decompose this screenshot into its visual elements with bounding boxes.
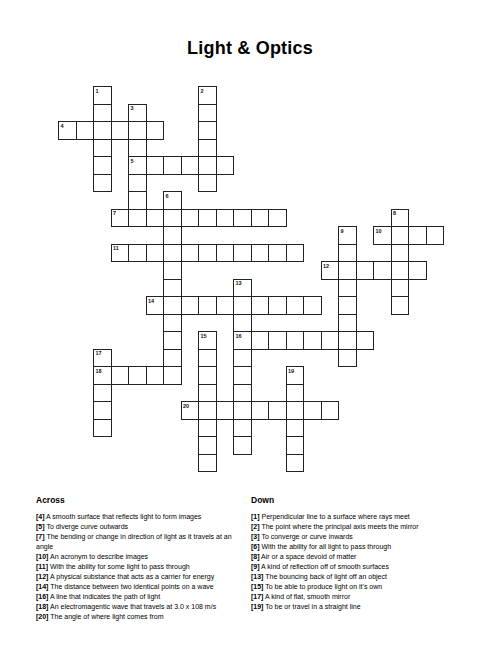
grid-cell-r12c14[interactable] — [303, 296, 322, 315]
grid-cell-r6c4[interactable] — [128, 191, 147, 210]
grid-cell-r3c2[interactable] — [93, 139, 112, 158]
grid-cell-r9c9[interactable] — [216, 244, 235, 263]
grid-cell-r16c13[interactable]: 19 — [286, 366, 305, 385]
grid-cell-r12c6[interactable] — [163, 296, 182, 315]
clue-down-17-number: [17] — [251, 593, 263, 600]
clue-number-17: 17 — [96, 350, 102, 356]
grid-cell-r21c13[interactable] — [286, 454, 305, 473]
clue-down-17: [17] A kind of flat, smooth mirror — [251, 592, 483, 602]
clue-number-9: 9 — [341, 228, 344, 234]
grid-cell-r11c6[interactable] — [163, 279, 182, 298]
grid-cell-r14c13[interactable] — [286, 331, 305, 350]
grid-cell-r6c6[interactable]: 6 — [163, 191, 182, 210]
clue-down-1-number: [1] — [251, 513, 260, 520]
clue-down-8-number: [8] — [251, 553, 260, 560]
down-header: Down — [251, 496, 483, 505]
grid-cell-r16c5[interactable] — [146, 366, 165, 385]
grid-cell-r18c14[interactable] — [303, 401, 322, 420]
clue-across-18-number: [18] — [36, 603, 48, 610]
grid-cell-r9c8[interactable] — [198, 244, 217, 263]
grid-cell-r1c8[interactable] — [198, 104, 217, 123]
clue-down-6-number: [6] — [251, 543, 260, 550]
grid-cell-r3c4[interactable] — [128, 139, 147, 158]
grid-cell-r1c4[interactable]: 3 — [128, 104, 147, 123]
grid-cell-r2c8[interactable] — [198, 121, 217, 140]
clue-number-11: 11 — [113, 245, 119, 251]
grid-cell-r9c5[interactable] — [146, 244, 165, 263]
grid-cell-r4c7[interactable] — [181, 156, 200, 175]
clue-across-7-text: The bending or change in direction of li… — [36, 533, 232, 550]
clue-across-18: [18] An electromagentic wave that travel… — [36, 602, 250, 612]
grid-cell-r10c20[interactable] — [408, 261, 427, 280]
clue-number-18: 18 — [96, 368, 102, 374]
clue-number-13: 13 — [236, 280, 242, 286]
clue-across-14-text: The distance between two identical point… — [48, 583, 213, 590]
clue-across-14-number: [14] — [36, 583, 48, 590]
clue-down-8-text: Air or a space devoid of matter — [260, 553, 357, 560]
clue-across-10-number: [10] — [36, 553, 48, 560]
grid-cell-r5c2[interactable] — [93, 174, 112, 193]
clue-across-4-text: A smooth surface that reflects light to … — [45, 513, 202, 520]
clue-down-6-text: With the ability for all light to pass t… — [260, 543, 392, 550]
grid-cell-r9c11[interactable] — [251, 244, 270, 263]
grid-cell-r18c7[interactable]: 20 — [181, 401, 200, 420]
grid-cell-r14c6[interactable] — [163, 331, 182, 350]
grid-cell-r7c11[interactable] — [251, 209, 270, 228]
puzzle-title: Light & Optics — [0, 38, 500, 59]
grid-cell-r13c10[interactable] — [233, 314, 252, 333]
grid-cell-r7c4[interactable] — [128, 209, 147, 228]
grid-cell-r9c4[interactable] — [128, 244, 147, 263]
grid-cell-r15c6[interactable] — [163, 349, 182, 368]
grid-cell-r12c5[interactable]: 14 — [146, 296, 165, 315]
grid-cell-r12c10[interactable] — [233, 296, 252, 315]
grid-cell-r7c12[interactable] — [268, 209, 287, 228]
clue-number-12: 12 — [323, 263, 329, 269]
grid-cell-r3c8[interactable] — [198, 139, 217, 158]
grid-cell-r7c8[interactable] — [198, 209, 217, 228]
down-clues-list: [1] Perpendicular line to a surface wher… — [251, 512, 483, 612]
grid-cell-r5c4[interactable] — [128, 174, 147, 193]
grid-cell-r4c2[interactable] — [93, 156, 112, 175]
grid-cell-r9c12[interactable] — [268, 244, 287, 263]
grid-cell-r19c13[interactable] — [286, 419, 305, 438]
grid-cell-r12c13[interactable] — [286, 296, 305, 315]
grid-cell-r18c13[interactable] — [286, 401, 305, 420]
clue-number-10: 10 — [376, 228, 382, 234]
grid-cell-r15c2[interactable]: 17 — [93, 349, 112, 368]
grid-cell-r17c8[interactable] — [198, 384, 217, 403]
grid-cell-r17c13[interactable] — [286, 384, 305, 403]
grid-cell-r12c8[interactable] — [198, 296, 217, 315]
clue-down-8: [8] Air or a space devoid of matter — [251, 552, 483, 562]
clue-number-1: 1 — [96, 88, 99, 94]
grid-cell-r9c6[interactable] — [163, 244, 182, 263]
grid-cell-r9c16[interactable] — [338, 244, 357, 263]
clue-across-5-number: [5] — [36, 523, 45, 530]
grid-cell-r4c8[interactable] — [198, 156, 217, 175]
grid-cell-r10c19[interactable] — [391, 261, 410, 280]
clue-across-11: [11] With the ability for some light to … — [36, 562, 250, 572]
grid-cell-r9c7[interactable] — [181, 244, 200, 263]
grid-cell-r18c15[interactable] — [321, 401, 340, 420]
clue-down-6: [6] With the ability for all light to pa… — [251, 542, 483, 552]
clue-across-5: [5] To diverge curve outwards — [36, 522, 250, 532]
across-header: Across — [36, 496, 250, 505]
grid-cell-r9c10[interactable] — [233, 244, 252, 263]
clue-down-3-text: To converge or curve inwards — [260, 533, 353, 540]
grid-cell-r18c2[interactable] — [93, 401, 112, 420]
clue-across-20-number: [20] — [36, 613, 48, 620]
clue-across-14: [14] The distance between two identical … — [36, 582, 250, 592]
grid-cell-r11c16[interactable] — [338, 279, 357, 298]
clue-across-7-number: [7] — [36, 533, 45, 540]
grid-cell-r18c9[interactable] — [216, 401, 235, 420]
grid-cell-r2c3[interactable] — [111, 121, 130, 140]
grid-cell-r10c16[interactable] — [338, 261, 357, 280]
grid-cell-r10c6[interactable] — [163, 261, 182, 280]
grid-cell-r12c19[interactable] — [391, 296, 410, 315]
grid-cell-r7c7[interactable] — [181, 209, 200, 228]
clue-across-11-number: [11] — [36, 563, 48, 570]
grid-cell-r11c19[interactable] — [391, 279, 410, 298]
clue-across-18-text: An electromagentic wave that travels at … — [48, 603, 216, 610]
grid-cell-r9c13[interactable] — [286, 244, 305, 263]
grid-cell-r20c8[interactable] — [198, 436, 217, 455]
clue-number-2: 2 — [201, 88, 204, 94]
grid-cell-r16c4[interactable] — [128, 366, 147, 385]
clue-down-2-number: [2] — [251, 523, 260, 530]
clue-down-2: [2] The point where the principal axis m… — [251, 522, 483, 532]
grid-cell-r15c16[interactable] — [338, 349, 357, 368]
grid-cell-r12c9[interactable] — [216, 296, 235, 315]
grid-cell-r14c16[interactable] — [338, 331, 357, 350]
grid-cell-r12c16[interactable] — [338, 296, 357, 315]
grid-cell-r5c8[interactable] — [198, 174, 217, 193]
clue-across-20-text: The angle of where light comes from — [48, 613, 163, 620]
grid-cell-r7c6[interactable] — [163, 209, 182, 228]
clue-down-13: [13] The bouncing back of light off an o… — [251, 572, 483, 582]
grid-cell-r13c16[interactable] — [338, 314, 357, 333]
grid-cell-r18c12[interactable] — [268, 401, 287, 420]
clue-number-19: 19 — [288, 368, 294, 374]
grid-cell-r18c11[interactable] — [251, 401, 270, 420]
grid-cell-r7c10[interactable] — [233, 209, 252, 228]
clue-across-12: [12] A physical substance that acts as a… — [36, 572, 250, 582]
clue-number-4: 4 — [61, 123, 64, 129]
across-clues-list: [4] A smooth surface that reflects light… — [36, 512, 250, 622]
grid-cell-r14c11[interactable] — [251, 331, 270, 350]
clue-across-7: [7] The bending or change in direction o… — [36, 532, 250, 552]
clue-across-16: [16] A line that indicates the path of l… — [36, 592, 250, 602]
clue-down-15-number: [15] — [251, 583, 263, 590]
grid-cell-r8c19[interactable] — [391, 226, 410, 245]
grid-cell-r16c10[interactable] — [233, 366, 252, 385]
clue-number-8: 8 — [393, 210, 396, 216]
grid-cell-r14c15[interactable] — [321, 331, 340, 350]
clue-down-1: [1] Perpendicular line to a surface wher… — [251, 512, 483, 522]
grid-cell-r19c8[interactable] — [198, 419, 217, 438]
clue-down-19: [19] To be or travel in a straight line — [251, 602, 483, 612]
grid-cell-r16c2[interactable]: 18 — [93, 366, 112, 385]
grid-cell-r17c2[interactable] — [93, 384, 112, 403]
clue-down-1-text: Perpendicular line to a surface where ra… — [260, 513, 410, 520]
clue-across-5-text: To diverge curve outwards — [45, 523, 129, 530]
clue-down-19-number: [19] — [251, 603, 263, 610]
grid-cell-r12c12[interactable] — [268, 296, 287, 315]
grid-cell-r19c10[interactable] — [233, 419, 252, 438]
grid-cell-r15c8[interactable] — [198, 349, 217, 368]
grid-cell-r7c19[interactable]: 8 — [391, 209, 410, 228]
grid-cell-r16c6[interactable] — [163, 366, 182, 385]
grid-cell-r8c21[interactable] — [426, 226, 445, 245]
grid-cell-r10c17[interactable] — [356, 261, 375, 280]
clue-down-15: [15] To be able to produce light on it's… — [251, 582, 483, 592]
grid-cell-r2c4[interactable] — [128, 121, 147, 140]
grid-cell-r8c18[interactable]: 10 — [373, 226, 392, 245]
clue-down-15-text: To be able to produce light on it's own — [263, 583, 382, 590]
grid-cell-r9c19[interactable] — [391, 244, 410, 263]
clue-across-11-text: With the ability for some light to pass … — [48, 563, 190, 570]
grid-cell-r18c8[interactable] — [198, 401, 217, 420]
grid-cell-r4c4[interactable]: 5 — [128, 156, 147, 175]
clue-across-10: [10] An acronym to describe images — [36, 552, 250, 562]
grid-cell-r15c10[interactable] — [233, 349, 252, 368]
clue-across-16-number: [16] — [36, 593, 48, 600]
grid-cell-r11c10[interactable]: 13 — [233, 279, 252, 298]
grid-cell-r18c10[interactable] — [233, 401, 252, 420]
crossword-grid: 1234567891011121314151617181920 — [58, 86, 444, 472]
grid-cell-r4c6[interactable] — [163, 156, 182, 175]
grid-cell-r14c12[interactable] — [268, 331, 287, 350]
grid-cell-r17c10[interactable] — [233, 384, 252, 403]
grid-cell-r16c8[interactable] — [198, 366, 217, 385]
grid-cell-r7c5[interactable] — [146, 209, 165, 228]
grid-cell-r7c3[interactable]: 7 — [111, 209, 130, 228]
grid-cell-r7c9[interactable] — [216, 209, 235, 228]
grid-cell-r12c11[interactable] — [251, 296, 270, 315]
clue-across-20: [20] The angle of where light comes from — [36, 612, 250, 622]
clue-across-12-number: [12] — [36, 573, 48, 580]
clue-down-3-number: [3] — [251, 533, 260, 540]
grid-cell-r21c8[interactable] — [198, 454, 217, 473]
clue-across-10-text: An acronym to describe images — [48, 553, 148, 560]
clue-down-9-text: A kind of reflection off of smooth surfa… — [260, 563, 389, 570]
grid-cell-r4c9[interactable] — [216, 156, 235, 175]
grid-cell-r8c20[interactable] — [408, 226, 427, 245]
grid-cell-r13c6[interactable] — [163, 314, 182, 333]
clue-down-13-number: [13] — [251, 573, 263, 580]
grid-cell-r0c2[interactable]: 1 — [93, 86, 112, 105]
clue-number-7: 7 — [113, 210, 116, 216]
grid-cell-r4c5[interactable] — [146, 156, 165, 175]
clue-number-3: 3 — [131, 105, 134, 111]
clue-down-17-text: A kind of flat, smooth mirror — [263, 593, 350, 600]
grid-cell-r8c6[interactable] — [163, 226, 182, 245]
clue-number-20: 20 — [183, 403, 189, 409]
grid-cell-r2c0[interactable]: 4 — [58, 121, 77, 140]
grid-cell-r20c13[interactable] — [286, 436, 305, 455]
clue-down-2-text: The point where the principal axis meets… — [260, 523, 419, 530]
grid-cell-r19c2[interactable] — [93, 419, 112, 438]
grid-cell-r20c10[interactable] — [233, 436, 252, 455]
grid-cell-r10c18[interactable] — [373, 261, 392, 280]
grid-cell-r2c2[interactable] — [93, 121, 112, 140]
grid-cell-r12c7[interactable] — [181, 296, 200, 315]
clue-down-3: [3] To converge or curve inwards — [251, 532, 483, 542]
grid-cell-r2c5[interactable] — [146, 121, 165, 140]
clue-down-9-number: [9] — [251, 563, 260, 570]
grid-cell-r14c14[interactable] — [303, 331, 322, 350]
clue-down-13-text: The bouncing back of light off an object — [263, 573, 387, 580]
grid-cell-r16c3[interactable] — [111, 366, 130, 385]
grid-cell-r8c16[interactable]: 9 — [338, 226, 357, 245]
clue-across-4-number: [4] — [36, 513, 45, 520]
grid-cell-r10c15[interactable]: 12 — [321, 261, 340, 280]
clue-across-16-text: A line that indicates the path of light — [48, 593, 160, 600]
grid-cell-r0c8[interactable]: 2 — [198, 86, 217, 105]
clue-number-14: 14 — [148, 298, 154, 304]
clue-number-5: 5 — [131, 158, 134, 164]
down-clues-section: Down [1] Perpendicular line to a surface… — [251, 496, 483, 612]
clue-number-6: 6 — [166, 193, 169, 199]
across-clues-section: Across [4] A smooth surface that reflect… — [36, 496, 250, 622]
grid-cell-r14c17[interactable] — [356, 331, 375, 350]
clue-number-16: 16 — [236, 333, 242, 339]
grid-cell-r14c8[interactable]: 15 — [198, 331, 217, 350]
grid-cell-r14c10[interactable]: 16 — [233, 331, 252, 350]
clue-across-4: [4] A smooth surface that reflects light… — [36, 512, 250, 522]
grid-cell-r9c3[interactable]: 11 — [111, 244, 130, 263]
grid-cell-r1c2[interactable] — [93, 104, 112, 123]
clue-across-12-text: A physical substance that acts as a carr… — [48, 573, 214, 580]
clue-down-19-text: To be or travel in a straight line — [263, 603, 360, 610]
grid-cell-r2c1[interactable] — [76, 121, 95, 140]
clue-down-9: [9] A kind of reflection off of smooth s… — [251, 562, 483, 572]
clue-number-15: 15 — [201, 333, 207, 339]
